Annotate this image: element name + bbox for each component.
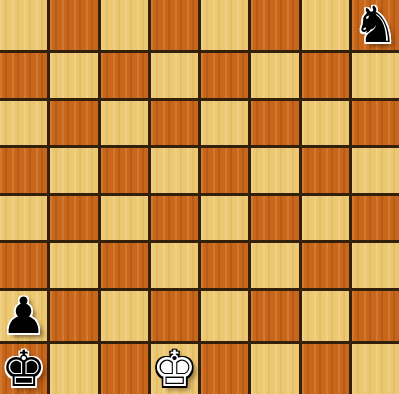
- square-e7[interactable]: [201, 53, 248, 98]
- square-d8[interactable]: [151, 0, 198, 50]
- square-c3[interactable]: [101, 243, 148, 288]
- square-a5[interactable]: [0, 148, 47, 193]
- square-b8[interactable]: [50, 0, 97, 50]
- square-d6[interactable]: [151, 101, 198, 146]
- square-a6[interactable]: [0, 101, 47, 146]
- square-f7[interactable]: [251, 53, 298, 98]
- square-f4[interactable]: [251, 196, 298, 241]
- square-e6[interactable]: [201, 101, 248, 146]
- square-a1[interactable]: ♚: [0, 344, 47, 394]
- square-e2[interactable]: [201, 291, 248, 341]
- black-knight[interactable]: ♞: [353, 0, 398, 50]
- square-f2[interactable]: [251, 291, 298, 341]
- square-a7[interactable]: [0, 53, 47, 98]
- square-e8[interactable]: [201, 0, 248, 50]
- square-c2[interactable]: [101, 291, 148, 341]
- square-d1[interactable]: ♚: [151, 344, 198, 394]
- square-b3[interactable]: [50, 243, 97, 288]
- square-b5[interactable]: [50, 148, 97, 193]
- square-d3[interactable]: [151, 243, 198, 288]
- square-f8[interactable]: [251, 0, 298, 50]
- square-b4[interactable]: [50, 196, 97, 241]
- square-f3[interactable]: [251, 243, 298, 288]
- square-a4[interactable]: [0, 196, 47, 241]
- square-b1[interactable]: [50, 344, 97, 394]
- square-b7[interactable]: [50, 53, 97, 98]
- square-d4[interactable]: [151, 196, 198, 241]
- square-a2[interactable]: ♟: [0, 291, 47, 341]
- square-g4[interactable]: [302, 196, 349, 241]
- square-h8[interactable]: ♞: [352, 0, 399, 50]
- square-h7[interactable]: [352, 53, 399, 98]
- square-e5[interactable]: [201, 148, 248, 193]
- square-e4[interactable]: [201, 196, 248, 241]
- square-d7[interactable]: [151, 53, 198, 98]
- square-a8[interactable]: [0, 0, 47, 50]
- square-f5[interactable]: [251, 148, 298, 193]
- square-c8[interactable]: [101, 0, 148, 50]
- square-e1[interactable]: [201, 344, 248, 394]
- square-g6[interactable]: [302, 101, 349, 146]
- chess-board: ♞♟♚♚: [0, 0, 399, 394]
- square-h3[interactable]: [352, 243, 399, 288]
- square-g3[interactable]: [302, 243, 349, 288]
- square-g1[interactable]: [302, 344, 349, 394]
- square-g7[interactable]: [302, 53, 349, 98]
- square-h2[interactable]: [352, 291, 399, 341]
- square-h4[interactable]: [352, 196, 399, 241]
- square-c1[interactable]: [101, 344, 148, 394]
- square-c4[interactable]: [101, 196, 148, 241]
- square-h1[interactable]: [352, 344, 399, 394]
- square-d5[interactable]: [151, 148, 198, 193]
- square-g8[interactable]: [302, 0, 349, 50]
- square-f1[interactable]: [251, 344, 298, 394]
- black-king[interactable]: ♚: [1, 344, 46, 394]
- square-g5[interactable]: [302, 148, 349, 193]
- square-h5[interactable]: [352, 148, 399, 193]
- square-b6[interactable]: [50, 101, 97, 146]
- white-king[interactable]: ♚: [152, 344, 197, 394]
- square-b2[interactable]: [50, 291, 97, 341]
- square-e3[interactable]: [201, 243, 248, 288]
- square-d2[interactable]: [151, 291, 198, 341]
- square-g2[interactable]: [302, 291, 349, 341]
- black-pawn[interactable]: ♟: [1, 291, 46, 341]
- chess-board-wrap: ♞♟♚♚: [0, 0, 399, 394]
- square-c6[interactable]: [101, 101, 148, 146]
- square-c5[interactable]: [101, 148, 148, 193]
- square-c7[interactable]: [101, 53, 148, 98]
- square-f6[interactable]: [251, 101, 298, 146]
- square-a3[interactable]: [0, 243, 47, 288]
- square-h6[interactable]: [352, 101, 399, 146]
